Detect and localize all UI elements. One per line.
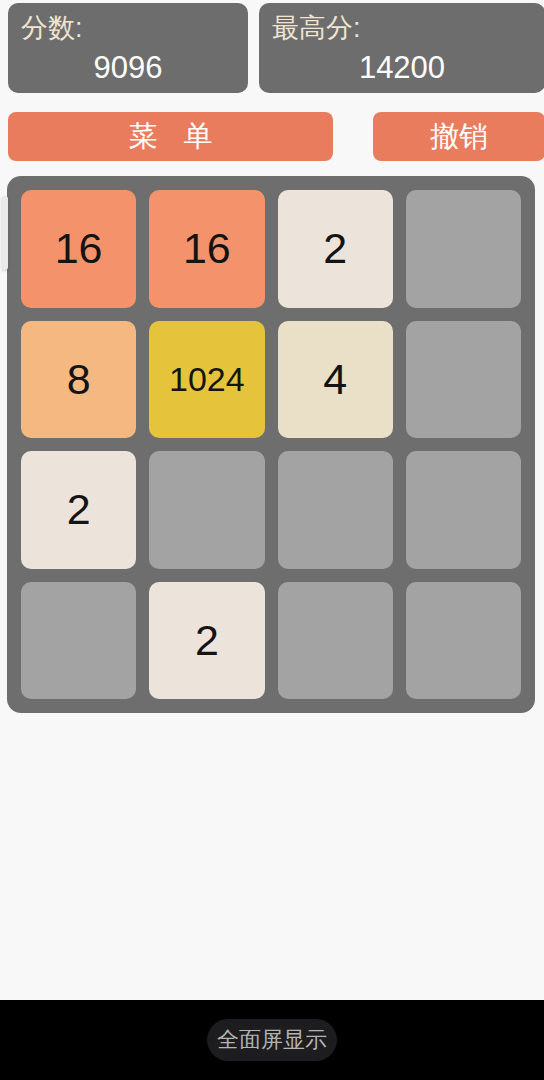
tile-r3c2 [149, 451, 264, 569]
tile-r4c3 [278, 582, 393, 700]
tile-r2c3: 4 [278, 321, 393, 439]
system-bottom-bar: 全面屏显示 [0, 1000, 544, 1080]
tile-r2c4 [406, 321, 521, 439]
menu-button[interactable]: 菜 单 [8, 112, 333, 161]
tile-r4c1 [21, 582, 136, 700]
tile-r4c4 [406, 582, 521, 700]
best-score-label: 最高分: [272, 12, 532, 44]
tile-r3c3 [278, 451, 393, 569]
edge-gesture-handle[interactable] [2, 196, 8, 270]
fullscreen-display-button[interactable]: 全面屏显示 [207, 1019, 337, 1061]
score-value: 9096 [21, 50, 235, 86]
tile-r2c1: 8 [21, 321, 136, 439]
tile-r3c1: 2 [21, 451, 136, 569]
best-score-value: 14200 [272, 50, 532, 86]
tile-r3c4 [406, 451, 521, 569]
app-screen: 分数: 9096 最高分: 14200 菜 单 撤销 16 16 2 8 102… [0, 0, 544, 1080]
tile-r1c2: 16 [149, 190, 264, 308]
tile-r1c4 [406, 190, 521, 308]
score-box: 分数: 9096 [8, 3, 248, 93]
tile-r4c2: 2 [149, 582, 264, 700]
tile-r1c1: 16 [21, 190, 136, 308]
best-score-box: 最高分: 14200 [259, 3, 544, 93]
undo-button[interactable]: 撤销 [373, 112, 544, 161]
game-board[interactable]: 16 16 2 8 1024 4 2 2 [7, 176, 535, 713]
tile-r1c3: 2 [278, 190, 393, 308]
score-label: 分数: [21, 12, 235, 44]
tile-r2c2: 1024 [149, 321, 264, 439]
